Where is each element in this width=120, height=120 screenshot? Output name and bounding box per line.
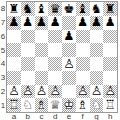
square-f4[interactable] [76,57,90,71]
square-g6[interactable] [90,30,104,44]
piece-white-king: ♔ [62,98,76,112]
piece-white-queen: ♕ [48,98,62,112]
square-b5[interactable] [21,43,35,57]
square-g5[interactable] [90,43,104,57]
piece-white-pawn: ♙ [7,85,21,99]
file-labels: abcdefgh [7,112,117,120]
chess-board[interactable]: ♜♞♝♛♚♝♞♜♟♟♟♟♟♟♟♟♟♙♟♙♟♙♟♙♟♙♟♙♟♙♟♙♜♖♞♘♝♗♛♕… [6,1,118,113]
piece-white-knight-fill: ♞ [21,98,35,112]
square-e4[interactable]: ♟♙ [62,57,76,71]
square-c7[interactable]: ♟ [35,16,49,30]
square-a2[interactable]: ♟♙ [7,85,21,99]
file-label-g: g [90,112,104,120]
square-c8[interactable]: ♝ [35,2,49,16]
square-b2[interactable]: ♟♙ [21,85,35,99]
square-h5[interactable] [103,43,117,57]
piece-white-pawn-fill: ♟ [35,85,49,99]
square-f1[interactable]: ♝♗ [76,98,90,112]
square-d8[interactable]: ♛ [48,2,62,16]
piece-white-rook-fill: ♜ [7,98,21,112]
square-c1[interactable]: ♝♗ [35,98,49,112]
square-h8[interactable]: ♜ [103,2,117,16]
piece-black-pawn: ♟ [90,16,104,30]
square-f2[interactable]: ♟♙ [76,85,90,99]
square-e3[interactable] [62,71,76,85]
piece-white-queen-fill: ♛ [48,98,62,112]
file-label-b: b [21,112,35,120]
piece-black-pawn: ♟ [62,30,76,44]
piece-black-bishop: ♝ [35,2,49,16]
square-f7[interactable]: ♟ [76,16,90,30]
piece-black-knight: ♞ [90,2,104,16]
piece-black-queen: ♛ [48,2,62,16]
square-c6[interactable] [35,30,49,44]
square-e8[interactable]: ♚ [62,2,76,16]
piece-white-pawn: ♙ [76,85,90,99]
square-h3[interactable] [103,71,117,85]
file-label-a: a [7,112,21,120]
piece-white-pawn: ♙ [62,57,76,71]
square-g7[interactable]: ♟ [90,16,104,30]
piece-white-knight-fill: ♞ [90,98,104,112]
chess-diagram: 87654321 ♜♞♝♛♚♝♞♜♟♟♟♟♟♟♟♟♟♙♟♙♟♙♟♙♟♙♟♙♟♙♟… [0,0,120,120]
square-e2[interactable] [62,85,76,99]
square-a4[interactable] [7,57,21,71]
square-a3[interactable] [7,71,21,85]
square-h2[interactable]: ♟♙ [103,85,117,99]
piece-white-pawn-fill: ♟ [76,85,90,99]
square-e7[interactable] [62,16,76,30]
piece-black-pawn: ♟ [7,16,21,30]
square-g2[interactable]: ♟♙ [90,85,104,99]
square-b8[interactable]: ♞ [21,2,35,16]
piece-white-bishop: ♗ [35,98,49,112]
square-c2[interactable]: ♟♙ [35,85,49,99]
square-h1[interactable]: ♜♖ [103,98,117,112]
piece-black-bishop: ♝ [76,2,90,16]
square-f8[interactable]: ♝ [76,2,90,16]
square-c4[interactable] [35,57,49,71]
square-h7[interactable]: ♟ [103,16,117,30]
piece-black-pawn: ♟ [35,16,49,30]
file-label-h: h [103,112,117,120]
piece-white-pawn-fill: ♟ [48,85,62,99]
square-c5[interactable] [35,43,49,57]
piece-white-pawn-fill: ♟ [62,57,76,71]
square-d3[interactable] [48,71,62,85]
file-label-f: f [76,112,90,120]
square-a7[interactable]: ♟ [7,16,21,30]
piece-white-knight: ♘ [90,98,104,112]
square-h4[interactable] [103,57,117,71]
square-b6[interactable] [21,30,35,44]
piece-white-rook-fill: ♜ [103,98,117,112]
square-b7[interactable]: ♟ [21,16,35,30]
square-e5[interactable] [62,43,76,57]
square-d2[interactable]: ♟♙ [48,85,62,99]
piece-white-king-fill: ♚ [62,98,76,112]
piece-white-knight: ♘ [21,98,35,112]
piece-black-pawn: ♟ [103,16,117,30]
square-a5[interactable] [7,43,21,57]
square-g8[interactable]: ♞ [90,2,104,16]
square-d5[interactable] [48,43,62,57]
piece-white-pawn-fill: ♟ [103,85,117,99]
square-e1[interactable]: ♚♔ [62,98,76,112]
square-d6[interactable] [48,30,62,44]
piece-black-knight: ♞ [21,2,35,16]
square-b1[interactable]: ♞♘ [21,98,35,112]
square-g3[interactable] [90,71,104,85]
file-label-d: d [48,112,62,120]
piece-white-pawn: ♙ [48,85,62,99]
piece-white-pawn-fill: ♟ [7,85,21,99]
square-d7[interactable]: ♟ [48,16,62,30]
piece-black-king: ♚ [62,2,76,16]
piece-white-pawn: ♙ [103,85,117,99]
square-f5[interactable] [76,43,90,57]
piece-black-pawn: ♟ [48,16,62,30]
piece-white-bishop-fill: ♝ [35,98,49,112]
square-b3[interactable] [21,71,35,85]
file-label-e: e [62,112,76,120]
square-g4[interactable] [90,57,104,71]
piece-white-pawn: ♙ [90,85,104,99]
square-e6[interactable]: ♟ [62,30,76,44]
square-b4[interactable] [21,57,35,71]
square-f6[interactable] [76,30,90,44]
square-d1[interactable]: ♛♕ [48,98,62,112]
piece-white-pawn-fill: ♟ [90,85,104,99]
square-a8[interactable]: ♜ [7,2,21,16]
piece-white-rook: ♖ [7,98,21,112]
file-label-c: c [35,112,49,120]
piece-white-rook: ♖ [103,98,117,112]
square-g1[interactable]: ♞♘ [90,98,104,112]
square-d4[interactable] [48,57,62,71]
square-a6[interactable] [7,30,21,44]
piece-white-pawn: ♙ [35,85,49,99]
square-f3[interactable] [76,71,90,85]
piece-black-rook: ♜ [7,2,21,16]
piece-white-pawn-fill: ♟ [21,85,35,99]
square-c3[interactable] [35,71,49,85]
piece-white-bishop-fill: ♝ [76,98,90,112]
square-a1[interactable]: ♜♖ [7,98,21,112]
piece-black-rook: ♜ [103,2,117,16]
piece-white-pawn: ♙ [21,85,35,99]
square-h6[interactable] [103,30,117,44]
piece-white-bishop: ♗ [76,98,90,112]
piece-black-pawn: ♟ [21,16,35,30]
piece-black-pawn: ♟ [76,16,90,30]
